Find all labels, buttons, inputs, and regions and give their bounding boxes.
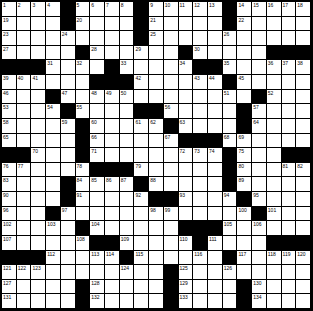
cell-16-11[interactable] [149, 221, 164, 236]
cell-4-2[interactable] [17, 46, 32, 61]
cell-21-10[interactable] [134, 294, 149, 309]
cell-3-12[interactable] [164, 31, 179, 46]
cell-16-2[interactable] [17, 221, 32, 236]
cell-5-6[interactable]: 32 [76, 60, 91, 75]
cell-11-8[interactable] [105, 148, 120, 163]
cell-10-4[interactable] [46, 134, 61, 149]
cell-4-12[interactable] [164, 46, 179, 61]
cell-15-20[interactable] [282, 207, 297, 222]
cell-6-4[interactable] [46, 75, 61, 90]
cell-20-19[interactable] [267, 280, 282, 295]
cell-11-18[interactable] [252, 148, 267, 163]
cell-9-21[interactable] [296, 119, 311, 134]
cell-7-21[interactable] [296, 90, 311, 105]
cell-5-10[interactable] [134, 60, 149, 75]
cell-10-17[interactable]: 69 [237, 134, 252, 149]
cell-21-19[interactable] [267, 294, 282, 309]
cell-3-15[interactable] [208, 31, 223, 46]
cell-6-19[interactable] [267, 75, 282, 90]
cell-4-14[interactable]: 30 [193, 46, 208, 61]
cell-20-16[interactable] [223, 280, 238, 295]
cell-15-8[interactable] [105, 207, 120, 222]
cell-14-20[interactable] [282, 192, 297, 207]
cell-11-5[interactable] [61, 148, 76, 163]
cell-11-12[interactable] [164, 148, 179, 163]
cell-20-13[interactable]: 129 [179, 280, 194, 295]
cell-11-11[interactable] [149, 148, 164, 163]
cell-1-3[interactable]: 3 [31, 2, 46, 17]
cell-2-1[interactable]: 19 [2, 17, 17, 32]
cell-6-18[interactable] [252, 75, 267, 90]
cell-12-1[interactable]: 76 [2, 163, 17, 178]
cell-6-12[interactable] [164, 75, 179, 90]
cell-3-4[interactable] [46, 31, 61, 46]
cell-17-17[interactable] [237, 236, 252, 251]
cell-16-17[interactable] [237, 221, 252, 236]
cell-19-15[interactable] [208, 265, 223, 280]
cell-12-21[interactable]: 82 [296, 163, 311, 178]
cell-2-6[interactable]: 20 [76, 17, 91, 32]
cell-6-11[interactable] [149, 75, 164, 90]
cell-18-11[interactable] [149, 251, 164, 266]
cell-15-16[interactable] [223, 207, 238, 222]
cell-17-10[interactable] [134, 236, 149, 251]
cell-15-15[interactable] [208, 207, 223, 222]
cell-5-16[interactable]: 35 [223, 60, 238, 75]
cell-19-4[interactable] [46, 265, 61, 280]
cell-5-5[interactable] [61, 60, 76, 75]
cell-8-18[interactable]: 57 [252, 104, 267, 119]
cell-19-7[interactable] [90, 265, 105, 280]
cell-2-13[interactable] [179, 17, 194, 32]
cell-17-6[interactable]: 108 [76, 236, 91, 251]
cell-12-19[interactable] [267, 163, 282, 178]
cell-15-1[interactable]: 96 [2, 207, 17, 222]
cell-5-17[interactable] [237, 60, 252, 75]
cell-19-3[interactable]: 123 [31, 265, 46, 280]
cell-12-17[interactable]: 80 [237, 163, 252, 178]
cell-5-11[interactable] [149, 60, 164, 75]
cell-10-19[interactable] [267, 134, 282, 149]
cell-21-9[interactable] [120, 294, 135, 309]
cell-1-11[interactable]: 9 [149, 2, 164, 17]
cell-9-4[interactable] [46, 119, 61, 134]
cell-20-21[interactable] [296, 280, 311, 295]
cell-14-7[interactable] [90, 192, 105, 207]
cell-11-3[interactable]: 70 [31, 148, 46, 163]
cell-11-19[interactable] [267, 148, 282, 163]
cell-17-12[interactable] [164, 236, 179, 251]
cell-18-17[interactable]: 117 [237, 251, 252, 266]
cell-14-16[interactable]: 94 [223, 192, 238, 207]
cell-14-14[interactable] [193, 192, 208, 207]
cell-21-15[interactable] [208, 294, 223, 309]
cell-15-9[interactable] [120, 207, 135, 222]
cell-19-18[interactable] [252, 265, 267, 280]
cell-21-3[interactable] [31, 294, 46, 309]
cell-14-15[interactable] [208, 192, 223, 207]
cell-5-19[interactable]: 36 [267, 60, 282, 75]
cell-13-4[interactable] [46, 177, 61, 192]
cell-2-21[interactable] [296, 17, 311, 32]
cell-7-19[interactable]: 52 [267, 90, 282, 105]
cell-10-3[interactable] [31, 134, 46, 149]
cell-14-18[interactable]: 95 [252, 192, 267, 207]
cell-9-20[interactable] [282, 119, 297, 134]
cell-19-21[interactable] [296, 265, 311, 280]
cell-14-4[interactable] [46, 192, 61, 207]
cell-19-10[interactable] [134, 265, 149, 280]
cell-20-11[interactable] [149, 280, 164, 295]
cell-8-7[interactable] [90, 104, 105, 119]
cell-3-11[interactable]: 25 [149, 31, 164, 46]
cell-4-4[interactable] [46, 46, 61, 61]
cell-6-17[interactable]: 45 [237, 75, 252, 90]
cell-18-13[interactable] [179, 251, 194, 266]
cell-10-7[interactable]: 66 [90, 134, 105, 149]
cell-16-8[interactable] [105, 221, 120, 236]
cell-18-8[interactable]: 114 [105, 251, 120, 266]
cell-2-8[interactable] [105, 17, 120, 32]
cell-20-5[interactable] [61, 280, 76, 295]
cell-5-4[interactable]: 31 [46, 60, 61, 75]
cell-1-19[interactable]: 16 [267, 2, 282, 17]
cell-21-13[interactable]: 133 [179, 294, 194, 309]
cell-3-3[interactable] [31, 31, 46, 46]
cell-8-2[interactable] [17, 104, 32, 119]
cell-9-19[interactable] [267, 119, 282, 134]
cell-8-21[interactable] [296, 104, 311, 119]
cell-12-18[interactable] [252, 163, 267, 178]
cell-17-5[interactable] [61, 236, 76, 251]
cell-3-19[interactable] [267, 31, 282, 46]
cell-15-21[interactable] [296, 207, 311, 222]
cell-6-3[interactable]: 41 [31, 75, 46, 90]
cell-7-1[interactable]: 46 [2, 90, 17, 105]
cell-16-9[interactable] [120, 221, 135, 236]
cell-15-17[interactable]: 100 [237, 207, 252, 222]
cell-13-13[interactable] [179, 177, 194, 192]
cell-19-19[interactable] [267, 265, 282, 280]
cell-5-21[interactable]: 38 [296, 60, 311, 75]
cell-15-2[interactable] [17, 207, 32, 222]
cell-16-1[interactable]: 102 [2, 221, 17, 236]
cell-17-16[interactable] [223, 236, 238, 251]
cell-3-13[interactable] [179, 31, 194, 46]
cell-14-9[interactable] [120, 192, 135, 207]
cell-4-7[interactable]: 28 [90, 46, 105, 61]
cell-17-9[interactable]: 109 [120, 236, 135, 251]
cell-3-1[interactable]: 23 [2, 31, 17, 46]
cell-10-1[interactable]: 65 [2, 134, 17, 149]
cell-10-10[interactable] [134, 134, 149, 149]
cell-16-10[interactable] [134, 221, 149, 236]
cell-9-10[interactable]: 61 [134, 119, 149, 134]
cell-13-18[interactable] [252, 177, 267, 192]
cell-9-16[interactable] [223, 119, 238, 134]
cell-17-13[interactable]: 110 [179, 236, 194, 251]
cell-20-15[interactable] [208, 280, 223, 295]
cell-16-18[interactable]: 106 [252, 221, 267, 236]
cell-19-11[interactable] [149, 265, 164, 280]
cell-4-15[interactable] [208, 46, 223, 61]
cell-3-5[interactable]: 24 [61, 31, 76, 46]
cell-4-16[interactable] [223, 46, 238, 61]
cell-13-17[interactable]: 89 [237, 177, 252, 192]
cell-7-13[interactable] [179, 90, 194, 105]
cell-20-8[interactable] [105, 280, 120, 295]
cell-19-17[interactable] [237, 265, 252, 280]
cell-7-10[interactable] [134, 90, 149, 105]
cell-1-17[interactable]: 14 [237, 2, 252, 17]
cell-19-9[interactable]: 124 [120, 265, 135, 280]
cell-8-3[interactable] [31, 104, 46, 119]
cell-9-3[interactable] [31, 119, 46, 134]
cell-14-13[interactable]: 93 [179, 192, 194, 207]
cell-20-20[interactable] [282, 280, 297, 295]
cell-17-11[interactable] [149, 236, 164, 251]
cell-1-1[interactable]: 1 [2, 2, 17, 17]
cell-13-15[interactable] [208, 177, 223, 192]
cell-7-7[interactable]: 48 [90, 90, 105, 105]
cell-3-17[interactable] [237, 31, 252, 46]
cell-3-18[interactable] [252, 31, 267, 46]
cell-18-15[interactable] [208, 251, 223, 266]
cell-8-13[interactable] [179, 104, 194, 119]
cell-14-21[interactable] [296, 192, 311, 207]
cell-13-8[interactable]: 86 [105, 177, 120, 192]
cell-19-13[interactable]: 125 [179, 265, 194, 280]
cell-7-2[interactable] [17, 90, 32, 105]
cell-12-11[interactable] [149, 163, 164, 178]
cell-11-13[interactable]: 72 [179, 148, 194, 163]
cell-13-2[interactable] [17, 177, 32, 192]
cell-21-8[interactable] [105, 294, 120, 309]
cell-21-2[interactable] [17, 294, 32, 309]
cell-4-1[interactable]: 27 [2, 46, 17, 61]
cell-10-18[interactable] [252, 134, 267, 149]
cell-11-17[interactable]: 75 [237, 148, 252, 163]
cell-15-11[interactable]: 98 [149, 207, 164, 222]
cell-8-9[interactable] [120, 104, 135, 119]
cell-19-8[interactable] [105, 265, 120, 280]
cell-9-11[interactable]: 62 [149, 119, 164, 134]
cell-10-11[interactable] [149, 134, 164, 149]
cell-20-3[interactable] [31, 280, 46, 295]
cell-13-1[interactable]: 83 [2, 177, 17, 192]
cell-15-6[interactable] [76, 207, 91, 222]
cell-8-20[interactable] [282, 104, 297, 119]
cell-3-7[interactable] [90, 31, 105, 46]
cell-18-14[interactable]: 116 [193, 251, 208, 266]
cell-21-11[interactable] [149, 294, 164, 309]
cell-14-6[interactable]: 91 [76, 192, 91, 207]
cell-10-21[interactable] [296, 134, 311, 149]
cell-10-12[interactable]: 67 [164, 134, 179, 149]
cell-17-15[interactable]: 111 [208, 236, 223, 251]
cell-21-14[interactable] [193, 294, 208, 309]
cell-2-20[interactable] [282, 17, 297, 32]
cell-16-19[interactable] [267, 221, 282, 236]
cell-15-19[interactable]: 101 [267, 207, 282, 222]
cell-14-10[interactable]: 92 [134, 192, 149, 207]
cell-1-14[interactable]: 12 [193, 2, 208, 17]
cell-19-16[interactable]: 126 [223, 265, 238, 280]
cell-12-5[interactable] [61, 163, 76, 178]
cell-5-12[interactable] [164, 60, 179, 75]
cell-13-14[interactable] [193, 177, 208, 192]
cell-4-5[interactable] [61, 46, 76, 61]
cell-3-8[interactable] [105, 31, 120, 46]
cell-5-20[interactable]: 37 [282, 60, 297, 75]
cell-7-15[interactable] [208, 90, 223, 105]
cell-3-9[interactable] [120, 31, 135, 46]
cell-9-15[interactable] [208, 119, 223, 134]
cell-19-5[interactable] [61, 265, 76, 280]
cell-7-3[interactable] [31, 90, 46, 105]
cell-20-10[interactable] [134, 280, 149, 295]
cell-2-17[interactable]: 22 [237, 17, 252, 32]
cell-17-3[interactable] [31, 236, 46, 251]
cell-12-4[interactable] [46, 163, 61, 178]
cell-10-8[interactable] [105, 134, 120, 149]
cell-15-13[interactable] [179, 207, 194, 222]
cell-18-12[interactable] [164, 251, 179, 266]
cell-20-1[interactable]: 127 [2, 280, 17, 295]
cell-7-11[interactable] [149, 90, 164, 105]
cell-6-15[interactable]: 44 [208, 75, 223, 90]
cell-5-7[interactable] [90, 60, 105, 75]
cell-9-14[interactable] [193, 119, 208, 134]
cell-12-20[interactable]: 81 [282, 163, 297, 178]
cell-19-20[interactable] [282, 265, 297, 280]
cell-12-14[interactable] [193, 163, 208, 178]
cell-18-5[interactable] [61, 251, 76, 266]
cell-20-7[interactable]: 128 [90, 280, 105, 295]
cell-13-20[interactable] [282, 177, 297, 192]
cell-13-3[interactable] [31, 177, 46, 192]
cell-7-20[interactable] [282, 90, 297, 105]
cell-9-8[interactable] [105, 119, 120, 134]
cell-14-8[interactable] [105, 192, 120, 207]
cell-7-16[interactable]: 51 [223, 90, 238, 105]
cell-16-7[interactable]: 104 [90, 221, 105, 236]
cell-15-3[interactable] [31, 207, 46, 222]
cell-2-4[interactable] [46, 17, 61, 32]
cell-9-2[interactable] [17, 119, 32, 134]
cell-18-4[interactable]: 112 [46, 251, 61, 266]
cell-10-20[interactable] [282, 134, 297, 149]
cell-4-3[interactable] [31, 46, 46, 61]
cell-12-15[interactable] [208, 163, 223, 178]
cell-16-4[interactable]: 103 [46, 221, 61, 236]
cell-8-8[interactable] [105, 104, 120, 119]
cell-8-4[interactable]: 54 [46, 104, 61, 119]
cell-7-9[interactable]: 50 [120, 90, 135, 105]
cell-15-12[interactable]: 99 [164, 207, 179, 222]
cell-21-5[interactable] [61, 294, 76, 309]
cell-13-9[interactable]: 87 [120, 177, 135, 192]
cell-1-4[interactable]: 4 [46, 2, 61, 17]
cell-8-14[interactable] [193, 104, 208, 119]
cell-15-10[interactable] [134, 207, 149, 222]
cell-21-20[interactable] [282, 294, 297, 309]
cell-18-20[interactable]: 119 [282, 251, 297, 266]
cell-9-13[interactable]: 63 [179, 119, 194, 134]
cell-4-18[interactable] [252, 46, 267, 61]
cell-17-2[interactable] [17, 236, 32, 251]
cell-19-14[interactable] [193, 265, 208, 280]
cell-16-12[interactable] [164, 221, 179, 236]
cell-5-9[interactable]: 33 [120, 60, 135, 75]
cell-16-5[interactable] [61, 221, 76, 236]
cell-12-12[interactable] [164, 163, 179, 178]
cell-16-20[interactable] [282, 221, 297, 236]
cell-11-14[interactable]: 73 [193, 148, 208, 163]
cell-15-7[interactable] [90, 207, 105, 222]
cell-2-15[interactable] [208, 17, 223, 32]
cell-11-10[interactable] [134, 148, 149, 163]
cell-11-9[interactable] [120, 148, 135, 163]
cell-20-4[interactable] [46, 280, 61, 295]
cell-17-18[interactable] [252, 236, 267, 251]
cell-1-6[interactable]: 5 [76, 2, 91, 17]
cell-3-6[interactable] [76, 31, 91, 46]
cell-6-1[interactable]: 39 [2, 75, 17, 90]
cell-19-6[interactable] [76, 265, 91, 280]
cell-1-21[interactable]: 18 [296, 2, 311, 17]
cell-12-2[interactable]: 77 [17, 163, 32, 178]
cell-12-10[interactable]: 79 [134, 163, 149, 178]
cell-8-1[interactable]: 53 [2, 104, 17, 119]
cell-21-21[interactable] [296, 294, 311, 309]
cell-4-17[interactable] [237, 46, 252, 61]
cell-19-2[interactable]: 122 [17, 265, 32, 280]
cell-1-13[interactable]: 11 [179, 2, 194, 17]
cell-4-10[interactable]: 29 [134, 46, 149, 61]
cell-3-20[interactable] [282, 31, 297, 46]
cell-8-19[interactable] [267, 104, 282, 119]
cell-2-18[interactable] [252, 17, 267, 32]
cell-20-2[interactable] [17, 280, 32, 295]
cell-7-17[interactable] [237, 90, 252, 105]
cell-18-18[interactable] [252, 251, 267, 266]
cell-4-11[interactable] [149, 46, 164, 61]
cell-1-15[interactable]: 13 [208, 2, 223, 17]
cell-20-9[interactable] [120, 280, 135, 295]
cell-1-8[interactable]: 7 [105, 2, 120, 17]
cell-9-9[interactable] [120, 119, 135, 134]
cell-3-21[interactable] [296, 31, 311, 46]
cell-11-4[interactable] [46, 148, 61, 163]
cell-4-9[interactable] [120, 46, 135, 61]
cell-1-20[interactable]: 17 [282, 2, 297, 17]
cell-14-1[interactable]: 90 [2, 192, 17, 207]
cell-2-7[interactable] [90, 17, 105, 32]
cell-21-1[interactable]: 131 [2, 294, 17, 309]
cell-1-2[interactable]: 2 [17, 2, 32, 17]
cell-8-12[interactable]: 56 [164, 104, 179, 119]
cell-5-13[interactable]: 34 [179, 60, 194, 75]
cell-21-18[interactable]: 134 [252, 294, 267, 309]
cell-19-1[interactable]: 121 [2, 265, 17, 280]
cell-10-16[interactable]: 68 [223, 134, 238, 149]
cell-17-1[interactable]: 107 [2, 236, 17, 251]
cell-18-6[interactable] [76, 251, 91, 266]
cell-6-21[interactable] [296, 75, 311, 90]
cell-9-5[interactable]: 59 [61, 119, 76, 134]
cell-13-19[interactable] [267, 177, 282, 192]
